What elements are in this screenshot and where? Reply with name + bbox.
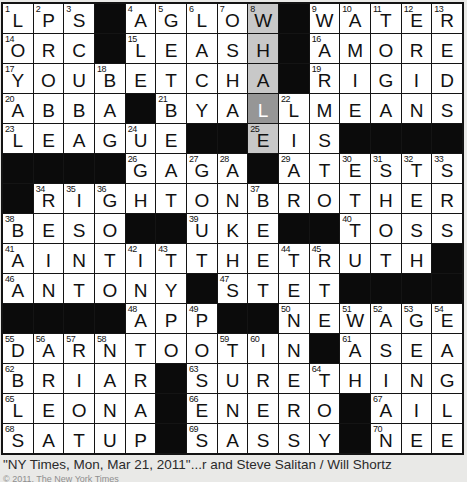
cell-letter: G bbox=[102, 131, 117, 153]
cell-number: 46 bbox=[5, 274, 14, 284]
grid-cell[interactable]: 70N bbox=[371, 424, 401, 453]
grid-cell[interactable]: G bbox=[371, 64, 401, 93]
grid-cell[interactable]: 26G bbox=[126, 154, 156, 183]
cell-number: 17 bbox=[5, 64, 14, 74]
cell-letter: M bbox=[347, 41, 363, 63]
grid-cell[interactable]: 34R bbox=[34, 184, 64, 213]
grid-cell[interactable]: S bbox=[279, 424, 309, 453]
grid-cell[interactable]: E bbox=[279, 364, 309, 393]
grid-cell[interactable]: 16A bbox=[310, 34, 340, 63]
grid-cell[interactable]: 66E bbox=[187, 394, 217, 423]
black-cell bbox=[371, 124, 401, 153]
cell-letter: K bbox=[226, 221, 239, 243]
grid-cell[interactable]: N bbox=[126, 274, 156, 303]
grid-cell[interactable]: 2P bbox=[34, 4, 64, 33]
cell-letter: D bbox=[440, 71, 454, 93]
grid-cell[interactable]: 54E bbox=[432, 304, 462, 333]
grid-cell[interactable]: A bbox=[95, 364, 125, 393]
grid-cell[interactable]: 42I bbox=[126, 244, 156, 273]
grid-cell[interactable]: 55D bbox=[3, 334, 33, 363]
grid-cell[interactable]: E bbox=[34, 124, 64, 153]
grid-cell[interactable]: 11T bbox=[371, 4, 401, 33]
grid-cell[interactable]: 3S bbox=[64, 4, 94, 33]
black-cell bbox=[402, 124, 432, 153]
grid-cell[interactable]: S bbox=[432, 94, 462, 123]
cell-letter: H bbox=[410, 251, 424, 273]
grid-cell[interactable]: U bbox=[95, 424, 125, 453]
grid-cell[interactable]: S bbox=[432, 214, 462, 243]
grid-cell[interactable]: 38B bbox=[3, 214, 33, 243]
grid-cell[interactable]: Y bbox=[310, 424, 340, 453]
cell-letter: E bbox=[441, 311, 454, 333]
grid-cell[interactable]: T bbox=[156, 64, 186, 93]
cell-letter: T bbox=[257, 281, 269, 303]
cell-letter: S bbox=[73, 221, 86, 243]
cell-letter: E bbox=[410, 191, 423, 213]
cell-number: 45 bbox=[312, 244, 321, 254]
cell-number: 14 bbox=[5, 34, 14, 44]
grid-cell[interactable]: T bbox=[126, 334, 156, 363]
grid-cell[interactable]: 8W bbox=[248, 4, 278, 33]
grid-cell[interactable]: 6L bbox=[187, 4, 217, 33]
grid-cell[interactable]: 46A bbox=[3, 274, 33, 303]
cell-number: 43 bbox=[158, 244, 167, 254]
grid-cell[interactable]: I bbox=[402, 64, 432, 93]
grid-cell[interactable]: 37B bbox=[248, 184, 278, 213]
grid-cell[interactable]: I bbox=[279, 124, 309, 153]
grid-cell[interactable]: E bbox=[402, 184, 432, 213]
grid-cell[interactable]: 61A bbox=[340, 334, 370, 363]
cell-letter: O bbox=[164, 341, 179, 363]
grid-cell[interactable]: U bbox=[340, 244, 370, 273]
grid-cell[interactable]: Y bbox=[187, 94, 217, 123]
cell-letter: E bbox=[318, 311, 331, 333]
cell-letter: H bbox=[348, 371, 362, 393]
black-cell bbox=[248, 154, 278, 183]
cell-letter: A bbox=[73, 131, 86, 153]
cell-letter: E bbox=[349, 161, 362, 183]
cell-letter: T bbox=[227, 341, 239, 363]
grid-cell[interactable]: 56A bbox=[34, 334, 64, 363]
grid-cell[interactable]: R bbox=[279, 394, 309, 423]
cell-number: 34 bbox=[36, 184, 45, 194]
grid-cell[interactable]: U bbox=[218, 364, 248, 393]
grid-cell[interactable]: H bbox=[402, 244, 432, 273]
cell-letter: B bbox=[73, 101, 86, 123]
grid-cell[interactable]: 4A bbox=[126, 4, 156, 33]
grid-cell[interactable]: I bbox=[402, 394, 432, 423]
grid-cell[interactable]: 64T bbox=[310, 364, 340, 393]
grid-cell[interactable]: 32T bbox=[402, 154, 432, 183]
grid-cell[interactable]: C bbox=[64, 34, 94, 63]
cell-letter: R bbox=[440, 191, 454, 213]
grid-cell[interactable]: N bbox=[218, 394, 248, 423]
grid-cell[interactable]: C bbox=[187, 64, 217, 93]
black-cell bbox=[279, 214, 309, 243]
grid-cell[interactable]: E bbox=[340, 94, 370, 123]
grid-cell[interactable]: E bbox=[432, 424, 462, 453]
grid-cell[interactable]: 27G bbox=[187, 154, 217, 183]
grid-cell[interactable]: T bbox=[310, 274, 340, 303]
grid-cell[interactable]: 40T bbox=[340, 214, 370, 243]
grid-cell[interactable]: O bbox=[64, 394, 94, 423]
grid-cell[interactable]: H bbox=[218, 64, 248, 93]
cell-letter: S bbox=[287, 431, 300, 453]
cell-letter: S bbox=[11, 431, 24, 453]
grid-cell[interactable]: 23L bbox=[3, 124, 33, 153]
cell-letter: R bbox=[410, 41, 424, 63]
grid-cell[interactable]: U bbox=[64, 64, 94, 93]
cell-number: 26 bbox=[128, 154, 137, 164]
grid-cell[interactable]: 39U bbox=[187, 214, 217, 243]
grid-cell[interactable]: 60I bbox=[248, 334, 278, 363]
cell-number: 51 bbox=[342, 304, 351, 314]
grid-cell[interactable]: G bbox=[432, 364, 462, 393]
cell-number: 54 bbox=[434, 304, 443, 314]
cell-letter: T bbox=[319, 161, 331, 183]
grid-cell[interactable]: R bbox=[402, 34, 432, 63]
grid-cell[interactable]: 36G bbox=[95, 184, 125, 213]
grid-cell[interactable]: A bbox=[432, 334, 462, 363]
black-cell bbox=[310, 334, 340, 363]
black-cell bbox=[279, 4, 309, 33]
grid-cell[interactable]: B bbox=[34, 94, 64, 123]
grid-cell[interactable]: 17Y bbox=[3, 64, 33, 93]
cell-letter: H bbox=[379, 191, 393, 213]
grid-cell[interactable]: 12E bbox=[402, 4, 432, 33]
cell-letter: Y bbox=[11, 71, 24, 93]
grid-cell[interactable]: R bbox=[432, 184, 462, 213]
grid-cell[interactable]: R bbox=[34, 34, 64, 63]
grid-cell[interactable]: 25E bbox=[248, 124, 278, 153]
cell-letter: R bbox=[318, 251, 332, 273]
grid-cell[interactable]: A bbox=[64, 124, 94, 153]
cell-letter: A bbox=[134, 311, 147, 333]
grid-cell[interactable]: A bbox=[218, 94, 248, 123]
cell-number: 10 bbox=[342, 4, 351, 14]
cell-letter: G bbox=[440, 371, 455, 393]
grid-cell[interactable]: O bbox=[310, 184, 340, 213]
cell-letter: A bbox=[257, 71, 270, 93]
grid-cell[interactable]: T bbox=[340, 184, 370, 213]
grid-cell[interactable]: K bbox=[218, 214, 248, 243]
grid-cell[interactable]: R bbox=[248, 364, 278, 393]
grid-cell[interactable]: S bbox=[402, 214, 432, 243]
grid-cell[interactable]: 47S bbox=[218, 274, 248, 303]
grid-cell[interactable]: E bbox=[248, 244, 278, 273]
cell-letter: R bbox=[42, 41, 56, 63]
cell-letter: E bbox=[165, 131, 178, 153]
grid-cell[interactable]: 1L bbox=[3, 4, 33, 33]
grid-cell[interactable]: E bbox=[402, 334, 432, 363]
cell-letter: P bbox=[195, 311, 208, 333]
grid-cell[interactable]: A bbox=[248, 64, 278, 93]
cell-letter: W bbox=[254, 11, 272, 33]
cell-number: 42 bbox=[128, 244, 137, 254]
grid-cell[interactable]: 67A bbox=[371, 394, 401, 423]
cell-letter: P bbox=[165, 311, 178, 333]
grid-cell[interactable]: 31S bbox=[371, 154, 401, 183]
grid-cell[interactable]: 14O bbox=[3, 34, 33, 63]
grid-cell[interactable]: 20A bbox=[3, 94, 33, 123]
grid-cell[interactable]: 52A bbox=[371, 304, 401, 333]
grid-cell[interactable]: O bbox=[34, 64, 64, 93]
grid-cell[interactable]: S bbox=[310, 124, 340, 153]
cell-letter: T bbox=[104, 251, 116, 273]
grid-cell[interactable]: 59T bbox=[218, 334, 248, 363]
grid-cell[interactable]: L bbox=[432, 394, 462, 423]
grid-cell[interactable]: E bbox=[34, 214, 64, 243]
grid-cell[interactable]: S bbox=[64, 214, 94, 243]
black-cell bbox=[218, 124, 248, 153]
cell-number: 25 bbox=[250, 124, 259, 134]
grid-cell[interactable]: P bbox=[156, 304, 186, 333]
grid-cell[interactable]: 43T bbox=[156, 244, 186, 273]
grid-cell[interactable]: 15L bbox=[126, 34, 156, 63]
grid-cell[interactable]: N bbox=[64, 244, 94, 273]
grid-cell[interactable]: 51W bbox=[340, 304, 370, 333]
grid-cell[interactable]: P bbox=[126, 424, 156, 453]
grid-cell[interactable]: 35I bbox=[64, 184, 94, 213]
cell-letter: O bbox=[378, 41, 393, 63]
grid-cell[interactable]: 10A bbox=[340, 4, 370, 33]
grid-cell[interactable]: E bbox=[432, 34, 462, 63]
grid-cell[interactable]: R bbox=[34, 364, 64, 393]
grid-cell[interactable]: 63S bbox=[187, 364, 217, 393]
grid-cell[interactable]: 50N bbox=[279, 304, 309, 333]
cell-letter: A bbox=[42, 431, 55, 453]
cell-letter: S bbox=[195, 371, 208, 393]
grid-cell[interactable]: N bbox=[279, 334, 309, 363]
grid-cell[interactable]: O bbox=[95, 214, 125, 243]
cell-number: 35 bbox=[66, 184, 75, 194]
cell-letter: A bbox=[103, 371, 116, 393]
cell-letter: R bbox=[42, 371, 56, 393]
grid-cell[interactable]: H bbox=[340, 364, 370, 393]
cell-letter: S bbox=[379, 341, 392, 363]
grid-cell[interactable]: E bbox=[34, 394, 64, 423]
cell-letter: O bbox=[378, 221, 393, 243]
cell-letter: A bbox=[226, 431, 239, 453]
grid-cell[interactable]: B bbox=[64, 94, 94, 123]
grid-cell[interactable]: S bbox=[371, 334, 401, 363]
grid-cell[interactable]: 7O bbox=[218, 4, 248, 33]
grid-cell[interactable]: D bbox=[432, 64, 462, 93]
cell-letter: T bbox=[196, 251, 208, 273]
grid-cell[interactable]: 21B bbox=[156, 94, 186, 123]
grid-cell[interactable]: M bbox=[310, 94, 340, 123]
grid-cell[interactable]: T bbox=[248, 274, 278, 303]
grid-cell[interactable]: 30E bbox=[340, 154, 370, 183]
cell-letter: O bbox=[102, 281, 117, 303]
grid-cell[interactable]: T bbox=[95, 244, 125, 273]
grid-cell[interactable]: T bbox=[371, 244, 401, 273]
grid-cell[interactable]: R bbox=[279, 184, 309, 213]
grid-cell[interactable]: N bbox=[218, 184, 248, 213]
grid-cell[interactable]: N bbox=[402, 364, 432, 393]
grid-cell[interactable]: N bbox=[95, 394, 125, 423]
grid-cell[interactable]: 48A bbox=[126, 304, 156, 333]
grid-cell[interactable]: 53G bbox=[402, 304, 432, 333]
grid-cell[interactable]: O bbox=[371, 34, 401, 63]
grid-cell[interactable]: 62B bbox=[3, 364, 33, 393]
grid-cell[interactable]: A bbox=[34, 424, 64, 453]
grid-cell[interactable]: A bbox=[156, 154, 186, 183]
grid-cell[interactable]: 22L bbox=[279, 94, 309, 123]
cell-letter: N bbox=[287, 311, 301, 333]
grid-cell[interactable]: O bbox=[371, 214, 401, 243]
grid-cell[interactable]: 9W bbox=[310, 4, 340, 33]
cell-letter: Y bbox=[195, 101, 208, 123]
grid-cell[interactable]: 69S bbox=[187, 424, 217, 453]
grid-cell[interactable]: S bbox=[218, 34, 248, 63]
black-cell bbox=[95, 154, 125, 183]
grid-cell[interactable]: 18B bbox=[95, 64, 125, 93]
cell-number: 66 bbox=[189, 394, 198, 404]
cell-number: 40 bbox=[342, 214, 351, 224]
cell-letter: S bbox=[195, 431, 208, 453]
black-cell bbox=[432, 244, 462, 273]
grid-cell[interactable]: T bbox=[310, 154, 340, 183]
black-cell bbox=[340, 124, 370, 153]
cell-letter: A bbox=[11, 251, 24, 273]
grid-cell[interactable]: N bbox=[34, 274, 64, 303]
cell-letter: T bbox=[349, 221, 361, 243]
cell-letter: T bbox=[165, 251, 177, 273]
grid-cell[interactable]: E bbox=[248, 394, 278, 423]
cell-letter: N bbox=[226, 401, 240, 423]
grid-cell[interactable]: G bbox=[95, 124, 125, 153]
grid-cell[interactable]: T bbox=[64, 424, 94, 453]
black-cell bbox=[432, 124, 462, 153]
cell-number: 1 bbox=[5, 4, 10, 14]
grid-cell[interactable]: E bbox=[126, 64, 156, 93]
cell-letter: S bbox=[73, 11, 86, 33]
cell-letter: A bbox=[349, 341, 362, 363]
grid-cell[interactable]: R bbox=[126, 364, 156, 393]
grid-cell[interactable]: T bbox=[187, 244, 217, 273]
cell-letter: E bbox=[42, 221, 55, 243]
grid-cell[interactable]: 49P bbox=[187, 304, 217, 333]
cell-number: 36 bbox=[97, 184, 106, 194]
cell-number: 47 bbox=[220, 274, 229, 284]
grid-cell[interactable]: E bbox=[248, 214, 278, 243]
cell-letter: D bbox=[11, 341, 25, 363]
grid-cell[interactable]: O bbox=[310, 394, 340, 423]
grid-cell[interactable]: 29A bbox=[279, 154, 309, 183]
grid-cell[interactable]: 57R bbox=[64, 334, 94, 363]
black-cell bbox=[156, 364, 186, 393]
grid-cell[interactable]: O bbox=[187, 184, 217, 213]
grid-cell[interactable]: O bbox=[156, 334, 186, 363]
cell-letter: H bbox=[134, 191, 148, 213]
black-cell bbox=[310, 214, 340, 243]
cell-number: 11 bbox=[373, 4, 381, 14]
grid-cell[interactable]: 45R bbox=[310, 244, 340, 273]
grid-cell[interactable]: A bbox=[218, 424, 248, 453]
cell-letter: U bbox=[103, 431, 117, 453]
grid-cell[interactable]: O bbox=[95, 274, 125, 303]
grid-cell[interactable]: 24U bbox=[126, 124, 156, 153]
grid-cell[interactable]: I bbox=[340, 64, 370, 93]
grid-cell[interactable]: H bbox=[248, 34, 278, 63]
cell-letter: I bbox=[353, 71, 358, 93]
cell-number: 61 bbox=[342, 334, 351, 344]
grid-cell[interactable]: 68S bbox=[3, 424, 33, 453]
black-cell bbox=[156, 394, 186, 423]
grid-cell[interactable]: 19R bbox=[310, 64, 340, 93]
grid-cell[interactable]: E bbox=[156, 124, 186, 153]
cell-letter: N bbox=[72, 251, 86, 273]
grid-cell[interactable]: A bbox=[371, 94, 401, 123]
cell-letter: L bbox=[13, 131, 24, 153]
black-cell bbox=[156, 424, 186, 453]
grid-cell[interactable]: H bbox=[218, 244, 248, 273]
grid-cell[interactable]: A bbox=[126, 394, 156, 423]
grid-cell[interactable]: S bbox=[248, 424, 278, 453]
grid-cell[interactable]: Y bbox=[156, 274, 186, 303]
grid-cell[interactable]: A bbox=[95, 94, 125, 123]
cell-letter: T bbox=[73, 431, 85, 453]
grid-cell[interactable]: N bbox=[402, 94, 432, 123]
grid-cell[interactable]: 13R bbox=[432, 4, 462, 33]
grid-cell[interactable]: 33S bbox=[432, 154, 462, 183]
cell-letter: I bbox=[383, 371, 388, 393]
cell-letter: N bbox=[410, 371, 424, 393]
grid-cell[interactable]: 41A bbox=[3, 244, 33, 273]
grid-cell[interactable]: 44T bbox=[279, 244, 309, 273]
cell-number: 65 bbox=[5, 394, 14, 404]
grid-cell[interactable]: A bbox=[187, 34, 217, 63]
cell-letter: T bbox=[165, 191, 177, 213]
grid-cell[interactable]: E bbox=[402, 424, 432, 453]
grid-cell[interactable]: M bbox=[340, 34, 370, 63]
cell-letter: S bbox=[226, 281, 239, 303]
grid-cell[interactable]: T bbox=[156, 184, 186, 213]
grid-cell[interactable]: O bbox=[187, 334, 217, 363]
cell-letter: M bbox=[317, 101, 333, 123]
cell-letter: N bbox=[410, 101, 424, 123]
grid-cell[interactable]: H bbox=[126, 184, 156, 213]
grid-cell[interactable]: L bbox=[248, 94, 278, 123]
grid-cell[interactable]: I bbox=[64, 364, 94, 393]
grid-cell[interactable]: E bbox=[310, 304, 340, 333]
grid-cell[interactable]: T bbox=[64, 274, 94, 303]
grid-cell[interactable]: I bbox=[371, 364, 401, 393]
cell-letter: C bbox=[72, 41, 86, 63]
grid-cell[interactable]: 58N bbox=[95, 334, 125, 363]
grid-cell[interactable]: H bbox=[371, 184, 401, 213]
black-cell bbox=[3, 304, 33, 333]
cell-letter: E bbox=[165, 41, 178, 63]
grid-cell[interactable]: I bbox=[34, 244, 64, 273]
grid-cell[interactable]: E bbox=[279, 274, 309, 303]
cell-letter: S bbox=[441, 221, 454, 243]
cell-number: 6 bbox=[189, 4, 194, 14]
cell-number: 16 bbox=[312, 34, 321, 44]
cell-letter: G bbox=[409, 311, 424, 333]
cell-letter: I bbox=[291, 131, 296, 153]
grid-cell[interactable]: 5G bbox=[156, 4, 186, 33]
grid-cell[interactable]: 65L bbox=[3, 394, 33, 423]
cell-letter: A bbox=[134, 11, 147, 33]
grid-cell[interactable]: 28A bbox=[218, 154, 248, 183]
cell-letter: E bbox=[257, 131, 270, 153]
cell-number: 24 bbox=[128, 124, 137, 134]
grid-cell[interactable]: E bbox=[156, 34, 186, 63]
black-cell bbox=[187, 274, 217, 303]
cell-letter: L bbox=[13, 401, 24, 423]
